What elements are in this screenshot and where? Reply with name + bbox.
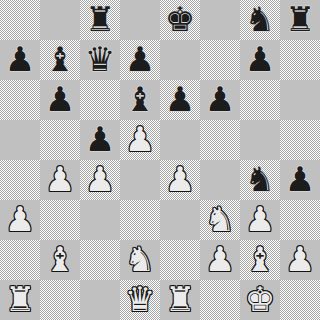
square-g7[interactable]: ♟ [240,40,280,80]
piece-black-pawn[interactable]: ♟ [240,39,280,79]
square-d5[interactable]: ♟ [120,120,160,160]
square-b8[interactable] [40,0,80,40]
square-f5[interactable] [200,120,240,160]
piece-black-bishop[interactable]: ♝ [40,39,80,79]
square-b5[interactable] [40,120,80,160]
square-c1[interactable] [80,280,120,320]
piece-black-pawn[interactable]: ♟ [120,39,160,79]
piece-black-pawn[interactable]: ♟ [280,159,320,199]
square-g4[interactable]: ♞ [240,160,280,200]
square-a6[interactable] [0,80,40,120]
piece-white-knight[interactable]: ♞ [120,239,160,279]
piece-white-pawn[interactable]: ♟ [40,159,80,199]
square-h3[interactable] [280,200,320,240]
piece-white-king[interactable]: ♚ [240,279,280,319]
piece-white-rook[interactable]: ♜ [160,279,200,319]
piece-black-queen[interactable]: ♛ [80,39,120,79]
square-g2[interactable]: ♝ [240,240,280,280]
piece-black-knight[interactable]: ♞ [240,0,280,39]
square-f1[interactable] [200,280,240,320]
square-e4[interactable]: ♟ [160,160,200,200]
square-e6[interactable]: ♟ [160,80,200,120]
square-e8[interactable]: ♚ [160,0,200,40]
square-d2[interactable]: ♞ [120,240,160,280]
square-h6[interactable] [280,80,320,120]
square-d6[interactable]: ♝ [120,80,160,120]
square-f4[interactable] [200,160,240,200]
piece-white-pawn[interactable]: ♟ [200,239,240,279]
square-g8[interactable]: ♞ [240,0,280,40]
square-a4[interactable] [0,160,40,200]
square-f6[interactable]: ♟ [200,80,240,120]
square-a1[interactable]: ♜ [0,280,40,320]
square-b1[interactable] [40,280,80,320]
square-c6[interactable] [80,80,120,120]
square-g1[interactable]: ♚ [240,280,280,320]
square-h5[interactable] [280,120,320,160]
piece-white-pawn[interactable]: ♟ [160,159,200,199]
piece-black-pawn[interactable]: ♟ [200,79,240,119]
square-g3[interactable]: ♟ [240,200,280,240]
square-c2[interactable] [80,240,120,280]
piece-white-pawn[interactable]: ♟ [240,199,280,239]
square-h4[interactable]: ♟ [280,160,320,200]
chess-board: ♜♚♞♜♟♝♛♟♟♟♝♟♟♟♟♟♟♟♞♟♟♞♟♝♞♟♝♟♜♛♜♚ [0,0,320,320]
piece-black-rook[interactable]: ♜ [280,0,320,39]
square-c5[interactable]: ♟ [80,120,120,160]
piece-black-pawn[interactable]: ♟ [0,39,40,79]
square-d3[interactable] [120,200,160,240]
square-c4[interactable]: ♟ [80,160,120,200]
piece-white-bishop[interactable]: ♝ [40,239,80,279]
piece-white-pawn[interactable]: ♟ [280,239,320,279]
piece-white-knight[interactable]: ♞ [200,199,240,239]
piece-black-pawn[interactable]: ♟ [40,79,80,119]
square-b7[interactable]: ♝ [40,40,80,80]
square-c8[interactable]: ♜ [80,0,120,40]
piece-white-pawn[interactable]: ♟ [80,159,120,199]
square-g6[interactable] [240,80,280,120]
square-c7[interactable]: ♛ [80,40,120,80]
square-b2[interactable]: ♝ [40,240,80,280]
piece-white-pawn[interactable]: ♟ [0,199,40,239]
piece-black-bishop[interactable]: ♝ [120,79,160,119]
square-e1[interactable]: ♜ [160,280,200,320]
piece-black-pawn[interactable]: ♟ [160,79,200,119]
square-h8[interactable]: ♜ [280,0,320,40]
square-d4[interactable] [120,160,160,200]
square-d8[interactable] [120,0,160,40]
square-h7[interactable] [280,40,320,80]
square-e3[interactable] [160,200,200,240]
square-h1[interactable] [280,280,320,320]
piece-black-pawn[interactable]: ♟ [80,119,120,159]
square-b6[interactable]: ♟ [40,80,80,120]
square-f8[interactable] [200,0,240,40]
piece-white-queen[interactable]: ♛ [120,279,160,319]
piece-black-knight[interactable]: ♞ [240,159,280,199]
square-e2[interactable] [160,240,200,280]
square-f2[interactable]: ♟ [200,240,240,280]
piece-black-rook[interactable]: ♜ [80,0,120,39]
square-a8[interactable] [0,0,40,40]
square-f7[interactable] [200,40,240,80]
square-a7[interactable]: ♟ [0,40,40,80]
square-e5[interactable] [160,120,200,160]
square-a3[interactable]: ♟ [0,200,40,240]
square-f3[interactable]: ♞ [200,200,240,240]
square-a2[interactable] [0,240,40,280]
square-a5[interactable] [0,120,40,160]
square-d1[interactable]: ♛ [120,280,160,320]
square-b3[interactable] [40,200,80,240]
piece-white-pawn[interactable]: ♟ [120,119,160,159]
square-g5[interactable] [240,120,280,160]
piece-white-bishop[interactable]: ♝ [240,239,280,279]
piece-black-king[interactable]: ♚ [160,0,200,39]
square-c3[interactable] [80,200,120,240]
square-h2[interactable]: ♟ [280,240,320,280]
square-d7[interactable]: ♟ [120,40,160,80]
square-e7[interactable] [160,40,200,80]
square-b4[interactable]: ♟ [40,160,80,200]
piece-white-rook[interactable]: ♜ [0,279,40,319]
